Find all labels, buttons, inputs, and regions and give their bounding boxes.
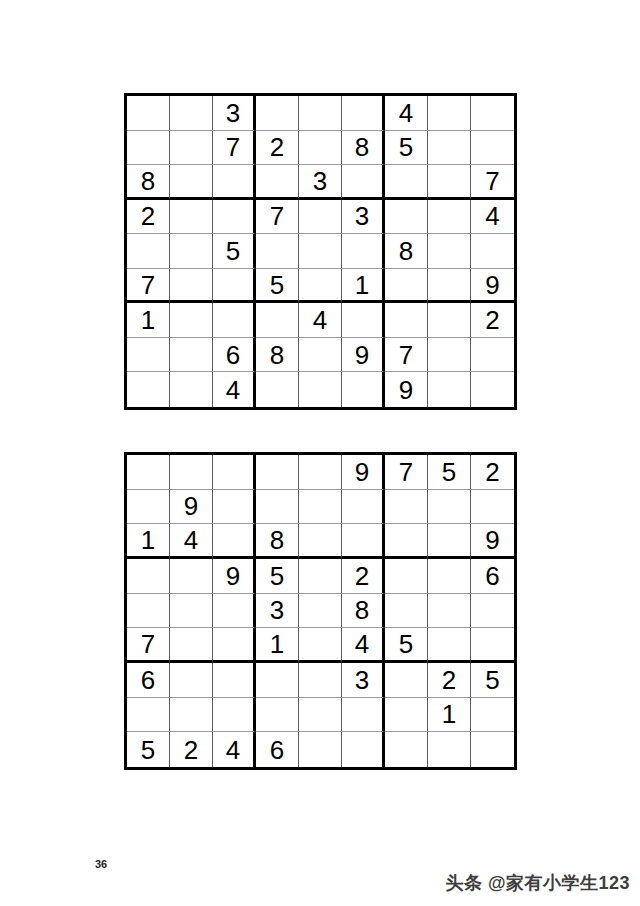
- sudoku-top-cell-r8c9: [471, 338, 514, 373]
- sudoku-bottom-cell-r9c1: 5: [127, 732, 170, 767]
- sudoku-top-cell-r3c7: [385, 165, 428, 200]
- sudoku-top-cell-r5c6: [342, 234, 385, 269]
- sudoku-bottom-cell-r3c2: 4: [170, 524, 213, 559]
- sudoku-bottom-cell-r8c9: [471, 698, 514, 733]
- sudoku-top-cell-r1c4: [256, 96, 299, 131]
- sudoku-bottom-cell-r6c5: [299, 628, 342, 663]
- sudoku-top-cell-r4c3: [213, 200, 256, 235]
- sudoku-bottom-cell-r5c5: [299, 594, 342, 629]
- sudoku-bottom-cell-r4c5: [299, 559, 342, 594]
- sudoku-top-cell-r5c7: 8: [385, 234, 428, 269]
- sudoku-bottom-cell-r5c9: [471, 594, 514, 629]
- sudoku-grid-top: 3472858372734587519142689749: [124, 93, 517, 410]
- sudoku-top-cell-r8c3: 6: [213, 338, 256, 373]
- sudoku-top-cell-r1c2: [170, 96, 213, 131]
- sudoku-bottom-cell-r3c3: [213, 524, 256, 559]
- sudoku-top-cell-r1c9: [471, 96, 514, 131]
- sudoku-top-cell-r4c2: [170, 200, 213, 235]
- sudoku-bottom-cell-r1c8: 5: [428, 455, 471, 490]
- sudoku-bottom-cell-r1c5: [299, 455, 342, 490]
- sudoku-top-cell-r3c9: 7: [471, 165, 514, 200]
- sudoku-bottom-cell-r2c7: [385, 490, 428, 525]
- sudoku-bottom-cell-r6c4: 1: [256, 628, 299, 663]
- sudoku-bottom-cell-r2c2: 9: [170, 490, 213, 525]
- worksheet-page: 3472858372734587519142689749 97529148995…: [0, 0, 640, 906]
- sudoku-bottom-cell-r7c8: 2: [428, 663, 471, 698]
- sudoku-bottom-cell-r8c4: [256, 698, 299, 733]
- sudoku-top-cell-r8c8: [428, 338, 471, 373]
- sudoku-bottom-cell-r3c8: [428, 524, 471, 559]
- sudoku-bottom-cell-r4c9: 6: [471, 559, 514, 594]
- page-number: 36: [95, 858, 107, 870]
- sudoku-top-cell-r6c3: [213, 269, 256, 304]
- sudoku-top-cell-r2c2: [170, 131, 213, 166]
- sudoku-bottom-cell-r9c7: [385, 732, 428, 767]
- sudoku-top-cell-r2c1: [127, 131, 170, 166]
- sudoku-top-cell-r2c6: 8: [342, 131, 385, 166]
- sudoku-top-cell-r8c7: 7: [385, 338, 428, 373]
- sudoku-top-cell-r1c7: 4: [385, 96, 428, 131]
- sudoku-top-cell-r3c4: [256, 165, 299, 200]
- sudoku-top-cell-r9c1: [127, 372, 170, 407]
- sudoku-bottom-cell-r4c3: 9: [213, 559, 256, 594]
- sudoku-bottom-cell-r2c5: [299, 490, 342, 525]
- sudoku-top-cell-r4c9: 4: [471, 200, 514, 235]
- sudoku-bottom-cell-r8c3: [213, 698, 256, 733]
- sudoku-top-cell-r7c5: 4: [299, 303, 342, 338]
- sudoku-bottom-cell-r3c7: [385, 524, 428, 559]
- sudoku-bottom-cell-r1c4: [256, 455, 299, 490]
- sudoku-top-cell-r7c4: [256, 303, 299, 338]
- sudoku-bottom-cell-r8c1: [127, 698, 170, 733]
- sudoku-bottom-cell-r9c6: [342, 732, 385, 767]
- sudoku-top-cell-r7c9: 2: [471, 303, 514, 338]
- sudoku-top-cell-r3c5: 3: [299, 165, 342, 200]
- sudoku-bottom-cell-r4c7: [385, 559, 428, 594]
- sudoku-bottom-cell-r1c9: 2: [471, 455, 514, 490]
- sudoku-top-cell-r4c5: [299, 200, 342, 235]
- sudoku-bottom-cell-r7c9: 5: [471, 663, 514, 698]
- sudoku-bottom-cell-r5c8: [428, 594, 471, 629]
- sudoku-bottom-cell-r4c8: [428, 559, 471, 594]
- sudoku-bottom-cell-r8c5: [299, 698, 342, 733]
- sudoku-bottom-cell-r1c1: [127, 455, 170, 490]
- sudoku-top-cell-r9c9: [471, 372, 514, 407]
- sudoku-top-cell-r2c8: [428, 131, 471, 166]
- sudoku-bottom-cell-r8c6: [342, 698, 385, 733]
- sudoku-top-cell-r3c2: [170, 165, 213, 200]
- sudoku-top-cell-r6c2: [170, 269, 213, 304]
- sudoku-top-cell-r9c5: [299, 372, 342, 407]
- sudoku-bottom-cell-r6c8: [428, 628, 471, 663]
- sudoku-top-cell-r6c1: 7: [127, 269, 170, 304]
- sudoku-top-cell-r8c5: [299, 338, 342, 373]
- sudoku-bottom-cell-r6c1: 7: [127, 628, 170, 663]
- sudoku-top-cell-r8c2: [170, 338, 213, 373]
- sudoku-bottom-cell-r4c6: 2: [342, 559, 385, 594]
- sudoku-bottom-cell-r4c1: [127, 559, 170, 594]
- sudoku-top-cell-r4c1: 2: [127, 200, 170, 235]
- sudoku-top-cell-r1c5: [299, 96, 342, 131]
- sudoku-bottom-cell-r4c4: 5: [256, 559, 299, 594]
- watermark-toutiao: 头条 @家有小学生123: [445, 871, 630, 895]
- sudoku-bottom-cell-r9c8: [428, 732, 471, 767]
- sudoku-bottom-cell-r9c2: 2: [170, 732, 213, 767]
- sudoku-top-cell-r4c7: [385, 200, 428, 235]
- sudoku-bottom-cell-r1c3: [213, 455, 256, 490]
- sudoku-bottom-cell-r5c4: 3: [256, 594, 299, 629]
- sudoku-bottom-cell-r2c3: [213, 490, 256, 525]
- sudoku-bottom-cell-r6c3: [213, 628, 256, 663]
- sudoku-top-cell-r2c3: 7: [213, 131, 256, 166]
- sudoku-bottom-cell-r6c9: [471, 628, 514, 663]
- sudoku-grid-bottom: 9752914899526387145632515246: [124, 452, 517, 770]
- sudoku-bottom-cell-r5c1: [127, 594, 170, 629]
- sudoku-top-cell-r8c1: [127, 338, 170, 373]
- sudoku-top-cell-r6c4: 5: [256, 269, 299, 304]
- sudoku-top-cell-r7c7: [385, 303, 428, 338]
- sudoku-bottom-cell-r7c3: [213, 663, 256, 698]
- sudoku-bottom-cell-r6c2: [170, 628, 213, 663]
- sudoku-bottom-cell-r8c2: [170, 698, 213, 733]
- sudoku-bottom-cell-r6c7: 5: [385, 628, 428, 663]
- sudoku-top-cell-r4c8: [428, 200, 471, 235]
- sudoku-top-cell-r5c3: 5: [213, 234, 256, 269]
- sudoku-bottom-cell-r9c3: 4: [213, 732, 256, 767]
- sudoku-bottom-cell-r7c4: [256, 663, 299, 698]
- sudoku-top-cell-r5c4: [256, 234, 299, 269]
- sudoku-bottom-cell-r3c9: 9: [471, 524, 514, 559]
- sudoku-top-cell-r6c5: [299, 269, 342, 304]
- sudoku-top-cell-r2c5: [299, 131, 342, 166]
- sudoku-top-cell-r5c9: [471, 234, 514, 269]
- sudoku-top-cell-r7c8: [428, 303, 471, 338]
- sudoku-top-cell-r3c8: [428, 165, 471, 200]
- sudoku-top-cell-r3c1: 8: [127, 165, 170, 200]
- sudoku-top-cell-r6c8: [428, 269, 471, 304]
- sudoku-top-cell-r9c2: [170, 372, 213, 407]
- sudoku-bottom-cell-r3c4: 8: [256, 524, 299, 559]
- sudoku-bottom-cell-r3c1: 1: [127, 524, 170, 559]
- sudoku-bottom-cell-r7c7: [385, 663, 428, 698]
- sudoku-bottom-cell-r9c5: [299, 732, 342, 767]
- sudoku-top-cell-r1c3: 3: [213, 96, 256, 131]
- sudoku-bottom-cell-r3c6: [342, 524, 385, 559]
- sudoku-top-cell-r4c4: 7: [256, 200, 299, 235]
- sudoku-top-cell-r9c6: [342, 372, 385, 407]
- sudoku-bottom-cell-r5c7: [385, 594, 428, 629]
- sudoku-top-cell-r5c2: [170, 234, 213, 269]
- sudoku-top-cell-r6c7: [385, 269, 428, 304]
- sudoku-top-cell-r7c2: [170, 303, 213, 338]
- sudoku-bottom-cell-r4c2: [170, 559, 213, 594]
- sudoku-top-cell-r5c8: [428, 234, 471, 269]
- sudoku-bottom-cell-r8c8: 1: [428, 698, 471, 733]
- sudoku-top-cell-r7c6: [342, 303, 385, 338]
- sudoku-top-cell-r5c1: [127, 234, 170, 269]
- sudoku-top-cell-r2c4: 2: [256, 131, 299, 166]
- sudoku-bottom-cell-r2c4: [256, 490, 299, 525]
- sudoku-bottom-cell-r1c6: 9: [342, 455, 385, 490]
- sudoku-bottom-cell-r2c6: [342, 490, 385, 525]
- sudoku-top-cell-r1c1: [127, 96, 170, 131]
- sudoku-top-cell-r7c3: [213, 303, 256, 338]
- sudoku-bottom-cell-r9c4: 6: [256, 732, 299, 767]
- sudoku-bottom-cell-r8c7: [385, 698, 428, 733]
- sudoku-top-cell-r2c9: [471, 131, 514, 166]
- sudoku-top-cell-r2c7: 5: [385, 131, 428, 166]
- sudoku-top-cell-r1c8: [428, 96, 471, 131]
- sudoku-top-cell-r8c4: 8: [256, 338, 299, 373]
- sudoku-bottom-cell-r9c9: [471, 732, 514, 767]
- sudoku-top-cell-r3c6: [342, 165, 385, 200]
- sudoku-bottom-cell-r1c2: [170, 455, 213, 490]
- sudoku-top-cell-r7c1: 1: [127, 303, 170, 338]
- sudoku-top-cell-r6c9: 9: [471, 269, 514, 304]
- sudoku-bottom-cell-r7c1: 6: [127, 663, 170, 698]
- sudoku-bottom-cell-r7c6: 3: [342, 663, 385, 698]
- sudoku-top-cell-r6c6: 1: [342, 269, 385, 304]
- sudoku-bottom-cell-r2c1: [127, 490, 170, 525]
- sudoku-bottom-cell-r2c9: [471, 490, 514, 525]
- sudoku-top-cell-r3c3: [213, 165, 256, 200]
- sudoku-bottom-cell-r5c6: 8: [342, 594, 385, 629]
- sudoku-top-cell-r9c4: [256, 372, 299, 407]
- sudoku-bottom-cell-r3c5: [299, 524, 342, 559]
- sudoku-top-cell-r5c5: [299, 234, 342, 269]
- sudoku-bottom-cell-r6c6: 4: [342, 628, 385, 663]
- sudoku-bottom-cell-r7c5: [299, 663, 342, 698]
- sudoku-bottom-cell-r1c7: 7: [385, 455, 428, 490]
- sudoku-top-cell-r9c7: 9: [385, 372, 428, 407]
- sudoku-bottom-cell-r7c2: [170, 663, 213, 698]
- sudoku-top-cell-r1c6: [342, 96, 385, 131]
- sudoku-top-cell-r8c6: 9: [342, 338, 385, 373]
- sudoku-top-cell-r9c8: [428, 372, 471, 407]
- sudoku-bottom-cell-r5c3: [213, 594, 256, 629]
- sudoku-bottom-cell-r5c2: [170, 594, 213, 629]
- sudoku-top-cell-r9c3: 4: [213, 372, 256, 407]
- sudoku-bottom-cell-r2c8: [428, 490, 471, 525]
- sudoku-top-cell-r4c6: 3: [342, 200, 385, 235]
